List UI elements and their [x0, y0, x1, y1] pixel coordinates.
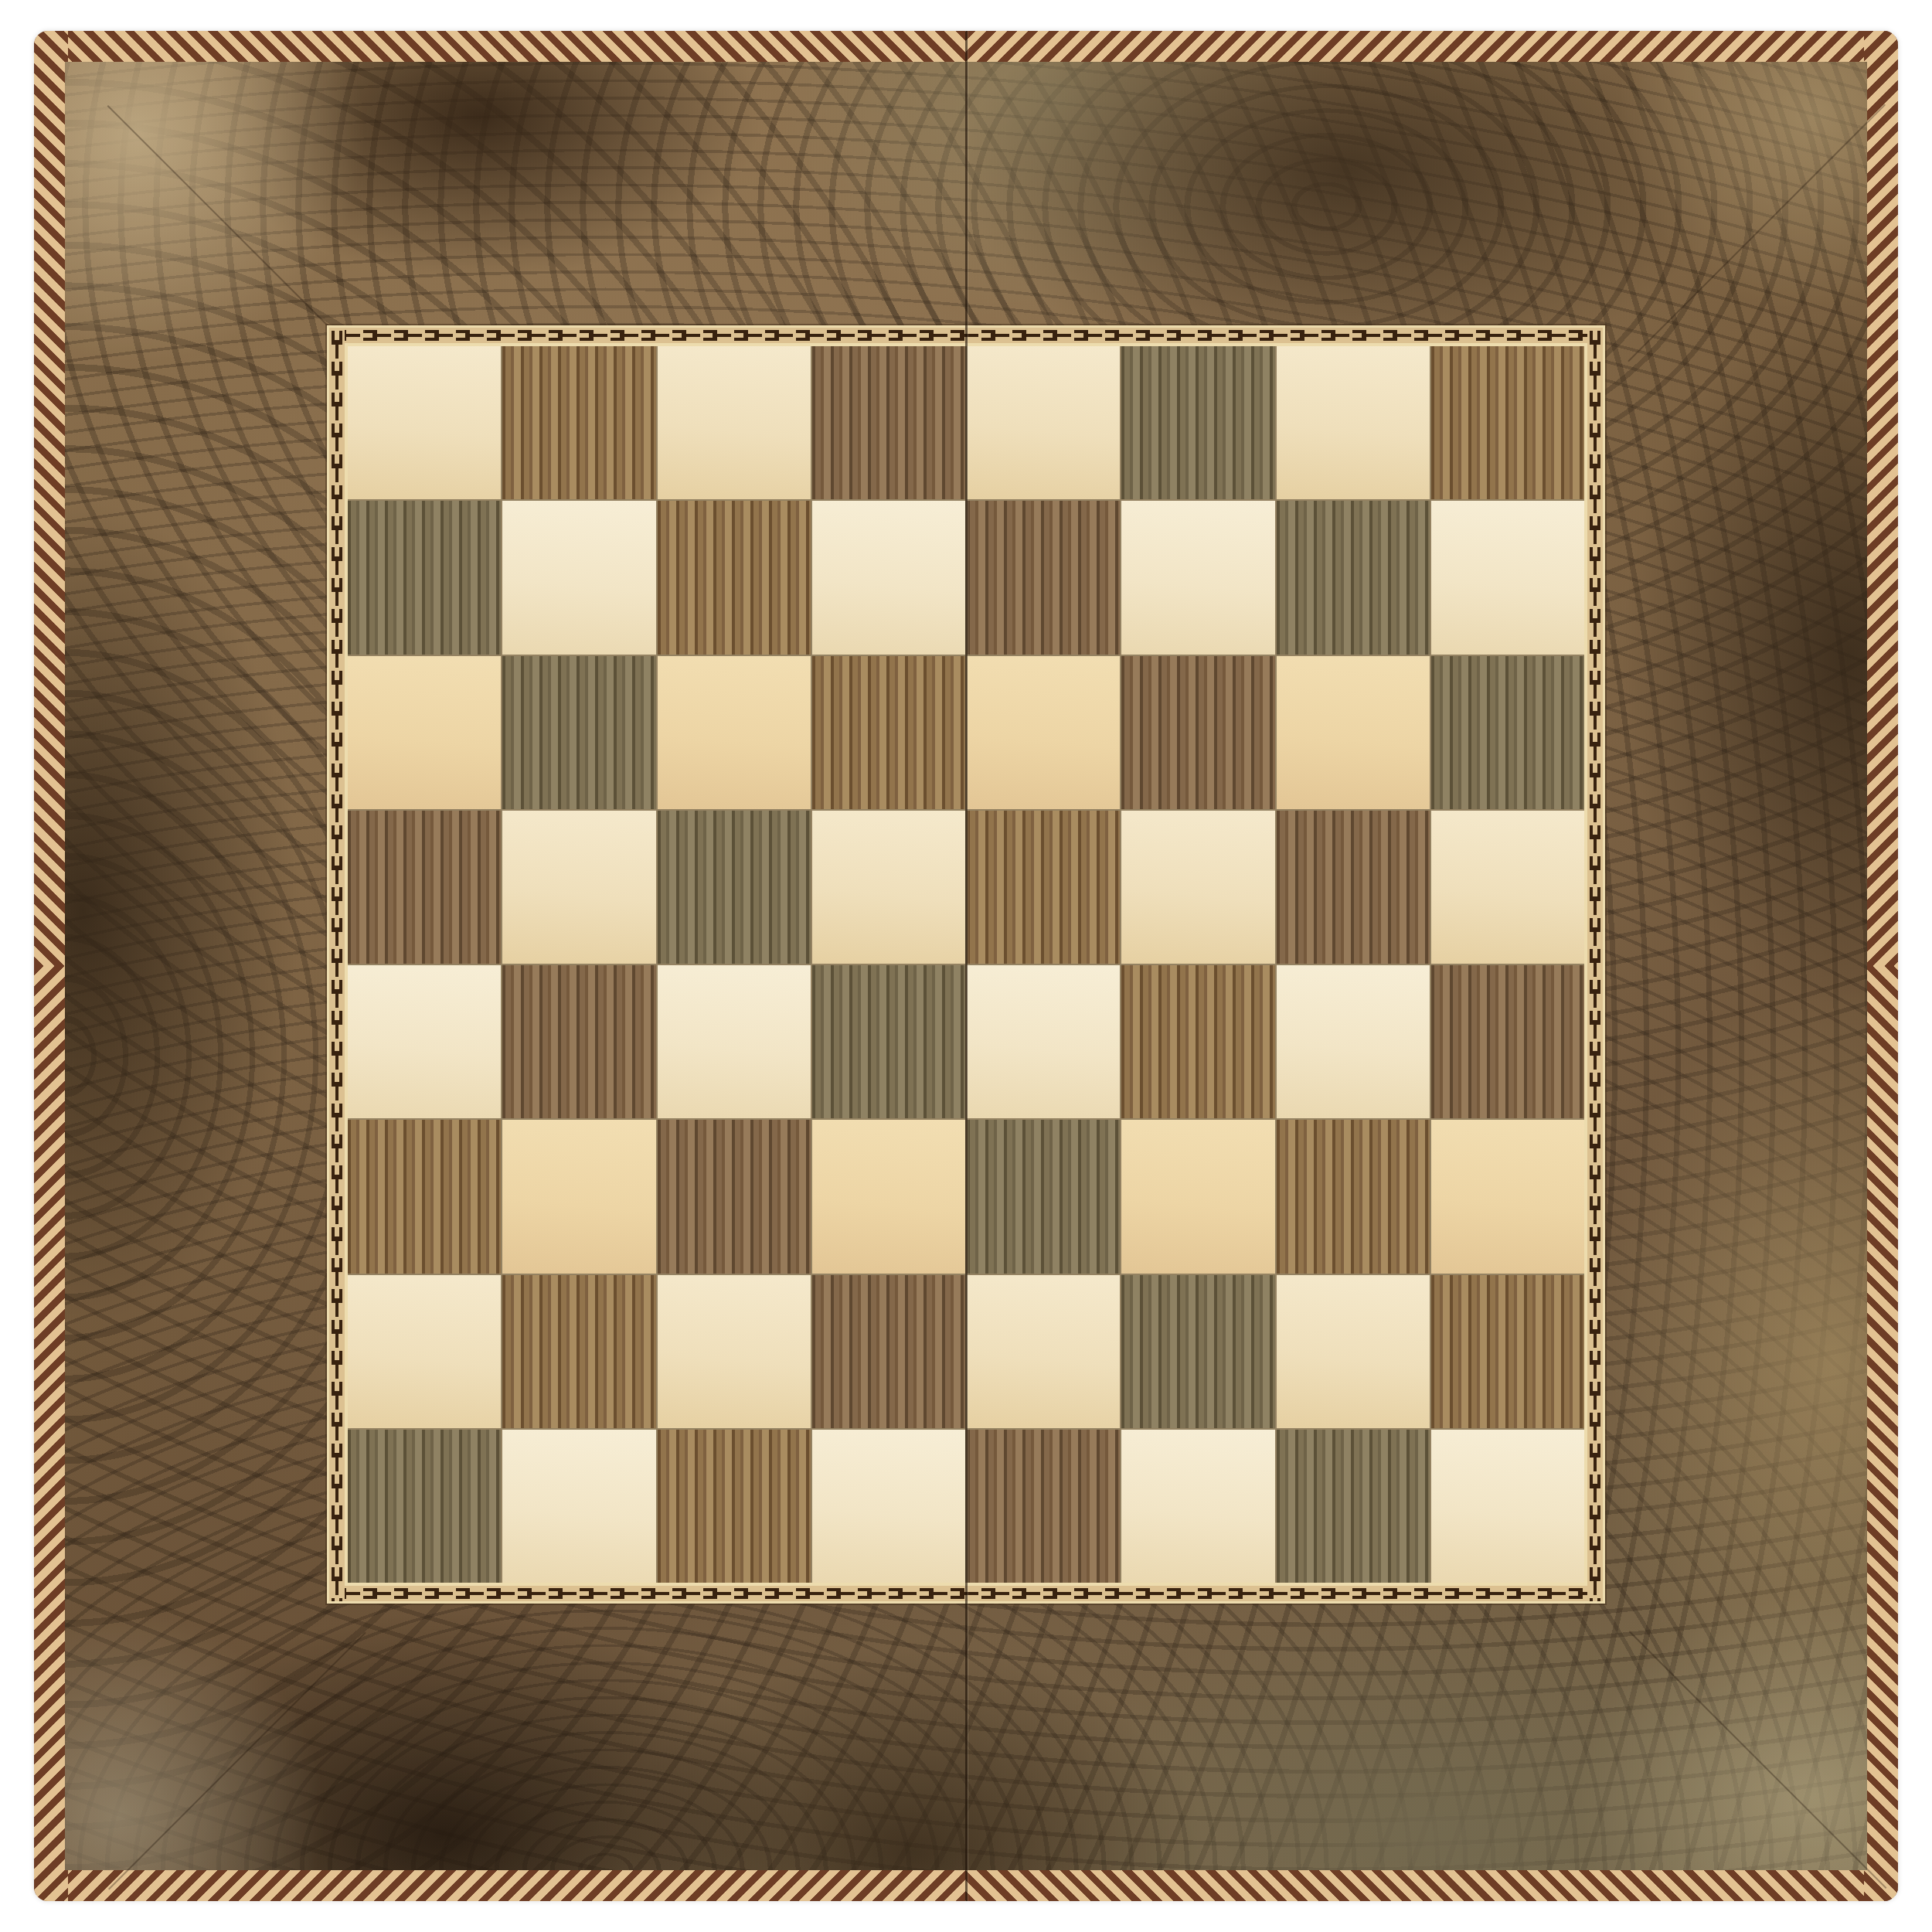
square-a1[interactable]: [348, 1430, 501, 1583]
miter-seam-top-right: [1628, 104, 1886, 362]
square-f4[interactable]: [1121, 965, 1274, 1118]
square-b7[interactable]: [502, 501, 655, 654]
inlay-chain-border-right: [1587, 328, 1603, 1601]
square-c6[interactable]: [658, 656, 811, 809]
square-e6[interactable]: [967, 656, 1120, 809]
square-a8[interactable]: [348, 346, 501, 499]
square-d6[interactable]: [812, 656, 965, 809]
square-e2[interactable]: [967, 1275, 1120, 1428]
square-g3[interactable]: [1277, 1120, 1430, 1273]
square-d8[interactable]: [812, 346, 965, 499]
miter-seam-bottom-right: [1629, 1631, 1887, 1889]
square-f2[interactable]: [1121, 1275, 1274, 1428]
square-d7[interactable]: [812, 501, 965, 654]
square-a4[interactable]: [348, 965, 501, 1118]
square-h2[interactable]: [1431, 1275, 1584, 1428]
square-d5[interactable]: [812, 811, 965, 964]
square-g1[interactable]: [1277, 1430, 1430, 1583]
square-b5[interactable]: [502, 811, 655, 964]
miter-seam-top-left: [107, 105, 366, 363]
square-b8[interactable]: [502, 346, 655, 499]
square-h1[interactable]: [1431, 1430, 1584, 1583]
rope-top-right-segment: [966, 31, 1898, 65]
square-c7[interactable]: [658, 501, 811, 654]
inlay-chain-border-left: [329, 328, 345, 1601]
square-h3[interactable]: [1431, 1120, 1584, 1273]
wooden-chessboard: [34, 31, 1898, 1901]
square-e3[interactable]: [967, 1120, 1120, 1273]
square-e8[interactable]: [967, 346, 1120, 499]
square-h6[interactable]: [1431, 656, 1584, 809]
square-c8[interactable]: [658, 346, 811, 499]
rope-bottom-left-segment: [34, 1867, 966, 1901]
square-f6[interactable]: [1121, 656, 1274, 809]
square-b2[interactable]: [502, 1275, 655, 1428]
rope-left-lower-segment: [34, 966, 68, 1901]
square-a3[interactable]: [348, 1120, 501, 1273]
square-e1[interactable]: [967, 1430, 1120, 1583]
page-background: { "game": "chess", "description": "Overh…: [0, 0, 1932, 1932]
square-a7[interactable]: [348, 501, 501, 654]
square-d1[interactable]: [812, 1430, 965, 1583]
square-h7[interactable]: [1431, 501, 1584, 654]
square-a5[interactable]: [348, 811, 501, 964]
square-g4[interactable]: [1277, 965, 1430, 1118]
square-g7[interactable]: [1277, 501, 1430, 654]
square-b4[interactable]: [502, 965, 655, 1118]
square-b1[interactable]: [502, 1430, 655, 1583]
square-c3[interactable]: [658, 1120, 811, 1273]
square-e7[interactable]: [967, 501, 1120, 654]
square-f1[interactable]: [1121, 1430, 1274, 1583]
fold-seam: [965, 31, 968, 1901]
square-g2[interactable]: [1277, 1275, 1430, 1428]
square-d2[interactable]: [812, 1275, 965, 1428]
square-a2[interactable]: [348, 1275, 501, 1428]
rope-right-upper-segment: [1864, 31, 1898, 966]
square-f7[interactable]: [1121, 501, 1274, 654]
square-g5[interactable]: [1277, 811, 1430, 964]
square-e4[interactable]: [967, 965, 1120, 1118]
square-h5[interactable]: [1431, 811, 1584, 964]
square-g8[interactable]: [1277, 346, 1430, 499]
square-c5[interactable]: [658, 811, 811, 964]
square-c4[interactable]: [658, 965, 811, 1118]
rope-left-upper-segment: [34, 31, 68, 966]
square-c2[interactable]: [658, 1275, 811, 1428]
rope-top-left-segment: [34, 31, 966, 65]
square-f8[interactable]: [1121, 346, 1274, 499]
square-d4[interactable]: [812, 965, 965, 1118]
square-d3[interactable]: [812, 1120, 965, 1273]
miter-seam-bottom-left: [108, 1632, 366, 1890]
square-f3[interactable]: [1121, 1120, 1274, 1273]
square-f5[interactable]: [1121, 811, 1274, 964]
square-a6[interactable]: [348, 656, 501, 809]
photo-canvas: [0, 0, 1932, 1932]
square-b6[interactable]: [502, 656, 655, 809]
square-e5[interactable]: [967, 811, 1120, 964]
square-b3[interactable]: [502, 1120, 655, 1273]
square-g6[interactable]: [1277, 656, 1430, 809]
rope-right-lower-segment: [1864, 966, 1898, 1901]
rope-bottom-right-segment: [966, 1867, 1898, 1901]
square-h8[interactable]: [1431, 346, 1584, 499]
square-c1[interactable]: [658, 1430, 811, 1583]
square-h4[interactable]: [1431, 965, 1584, 1118]
